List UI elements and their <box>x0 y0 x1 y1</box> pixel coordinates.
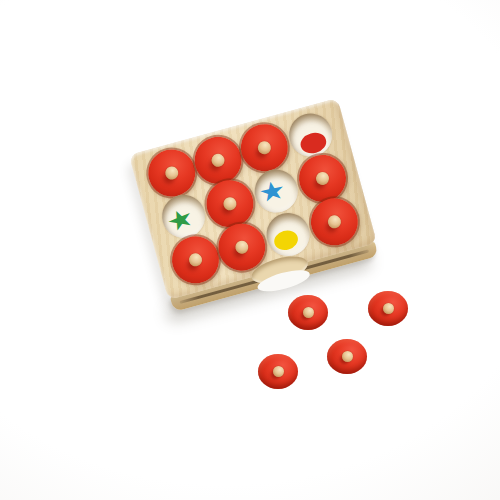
blue-star-icon: ★ <box>256 176 287 207</box>
yellow-circle-icon <box>272 228 300 253</box>
green-star-icon: ★ <box>162 203 198 236</box>
peg-knob <box>303 307 314 318</box>
peg-knob <box>210 152 226 168</box>
peg-knob <box>256 140 272 156</box>
board-top-face: ★★ <box>129 98 377 300</box>
memory-board: ★★ <box>129 98 382 317</box>
peg-knob <box>221 196 237 212</box>
peg-knob <box>163 165 179 181</box>
peg-knob <box>383 303 394 314</box>
peg-knob <box>187 252 203 268</box>
red-circle-icon <box>298 130 328 156</box>
loose-red-peg[interactable] <box>258 354 298 389</box>
loose-red-peg[interactable] <box>368 291 408 326</box>
loose-red-peg[interactable] <box>327 339 367 374</box>
peg-knob <box>273 366 284 377</box>
peg-knob <box>233 239 249 255</box>
photo-background: ★★ <box>0 0 500 500</box>
recess-hole[interactable] <box>261 208 314 261</box>
peg-knob <box>342 351 353 362</box>
peg-knob <box>314 171 330 187</box>
loose-red-peg[interactable] <box>288 295 328 330</box>
peg-knob <box>326 214 342 230</box>
